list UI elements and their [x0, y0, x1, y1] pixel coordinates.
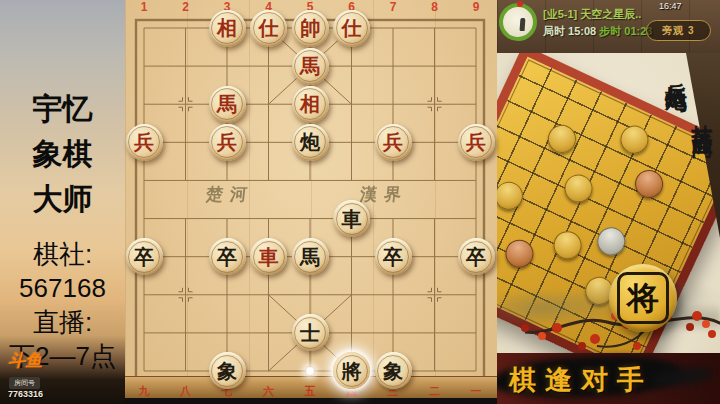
opponent-avatar[interactable] [499, 3, 537, 41]
douyu-logo: 斗鱼 [8, 349, 42, 372]
xiangqi-piece-black[interactable]: 卒 [126, 238, 163, 275]
xiangqi-piece-red[interactable]: 兵 [375, 124, 412, 161]
streamer-name-line3: 大师 [0, 176, 125, 221]
xiangqi-board[interactable]: 123456789 九八七六五四三二一 楚河 漢界 相仕帥仕馬馬相兵兵炮兵兵車卒… [125, 0, 497, 404]
xiangqi-piece-black[interactable]: 車 [333, 200, 370, 237]
xiangqi-piece-red[interactable]: 仕 [250, 10, 287, 47]
avatar-figure-icon [520, 18, 526, 31]
live-label: 直播: [0, 305, 125, 339]
avatar-status-dot [517, 1, 523, 7]
xiangqi-piece-red[interactable]: 馬 [292, 48, 329, 85]
general-piece-char: 将 [617, 272, 669, 324]
system-clock: 16:47 [659, 1, 682, 11]
spectate-button[interactable]: 旁观 3 [646, 20, 711, 41]
xiangqi-piece-red[interactable]: 相 [209, 10, 246, 47]
streamer-title: 宇忆 象棋 大师 [0, 86, 125, 221]
xiangqi-piece-red[interactable]: 仕 [333, 10, 370, 47]
xiangqi-piece-black[interactable]: 馬 [292, 238, 329, 275]
xiangqi-piece-red[interactable]: 兵 [126, 124, 163, 161]
xiangqi-piece-black[interactable]: 卒 [375, 238, 412, 275]
game-time-label: 局时 [543, 25, 565, 37]
room-number: 7763316 [8, 389, 43, 399]
streamer-name-line1: 宇忆 [0, 86, 125, 131]
last-move-from-marker [305, 366, 315, 376]
right-panel: [业5-1] 天空之星辰.. 局时 15:08 步时 01:23 16:47 旁… [497, 0, 720, 404]
xiangqi-piece-black[interactable]: 炮 [292, 124, 329, 161]
club-label: 棋社: [0, 237, 125, 271]
banner-slogan: 棋逢对手 [509, 362, 653, 398]
xiangqi-piece-black[interactable]: 卒 [209, 238, 246, 275]
xiangqi-piece-red[interactable]: 兵 [458, 124, 495, 161]
general-piece-art: 将 [609, 264, 677, 332]
xiangqi-piece-black[interactable]: 將 [333, 352, 370, 389]
stream-frame: 宇忆 象棋 大师 棋社: 567168 直播: 下2—7点 斗鱼 房间号 776… [0, 0, 720, 404]
room-number-label: 房间号 [9, 377, 40, 389]
game-time-value: 15:08 [568, 25, 596, 37]
calligraphy-line-2: 技艺盖世间 [688, 108, 716, 123]
opponent-bar: [业5-1] 天空之星辰.. 局时 15:08 步时 01:23 16:47 旁… [497, 0, 720, 53]
opponent-name: [业5-1] 天空之星辰.. [543, 7, 641, 22]
xiangqi-piece-black[interactable]: 象 [375, 352, 412, 389]
pieces-layer: 相仕帥仕馬馬相兵兵炮兵兵車卒卒車馬卒卒士象將象 [125, 0, 497, 404]
xiangqi-piece-red[interactable]: 車 [250, 238, 287, 275]
time-info: 局时 15:08 步时 01:23 [543, 24, 652, 39]
xiangqi-piece-black[interactable]: 卒 [458, 238, 495, 275]
move-time-label: 步时 [599, 25, 621, 37]
xiangqi-piece-black[interactable]: 士 [292, 314, 329, 351]
xiangqi-piece-red[interactable]: 相 [292, 86, 329, 123]
streamer-name-line2: 象棋 [0, 131, 125, 176]
left-info-panel: 宇忆 象棋 大师 棋社: 567168 直播: 下2—7点 斗鱼 房间号 776… [0, 0, 125, 404]
xiangqi-piece-red[interactable]: 馬 [209, 86, 246, 123]
xiangqi-piece-red[interactable]: 帥 [292, 10, 329, 47]
decorative-poster: 楚河 兵挺炮鸣 技艺盖世间 将 棋逢对手 [497, 53, 720, 404]
club-number: 567168 [0, 271, 125, 305]
xiangqi-piece-red[interactable]: 兵 [209, 124, 246, 161]
bottom-banner: 棋逢对手 [497, 353, 720, 404]
xiangqi-piece-black[interactable]: 象 [209, 352, 246, 389]
plum-branch-icon [497, 296, 720, 356]
calligraphy-line-1: 兵挺炮鸣 [662, 65, 692, 77]
